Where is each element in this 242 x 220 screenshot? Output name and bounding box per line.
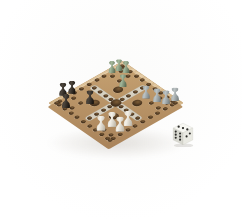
die bbox=[171, 121, 195, 147]
board-hole bbox=[86, 124, 93, 128]
board-hole bbox=[93, 78, 100, 82]
board-hole bbox=[133, 74, 140, 78]
board-hole bbox=[147, 115, 154, 119]
board-hole bbox=[139, 78, 146, 82]
product-photo-scene bbox=[0, 0, 242, 220]
big-hole bbox=[131, 99, 145, 108]
yard-hole bbox=[77, 101, 84, 105]
board-hole bbox=[80, 119, 87, 123]
board-hole bbox=[98, 132, 105, 136]
board-hole bbox=[107, 138, 114, 142]
board-hole bbox=[100, 74, 107, 78]
board-hole bbox=[132, 124, 139, 128]
board-hole bbox=[154, 111, 161, 115]
yard-hole bbox=[154, 105, 161, 109]
board-hole bbox=[74, 115, 81, 119]
yard-hole bbox=[69, 105, 76, 109]
board-hole bbox=[139, 119, 146, 123]
board-hole bbox=[78, 86, 85, 90]
yard-hole bbox=[70, 96, 77, 100]
board-hole bbox=[67, 111, 74, 115]
board-hole bbox=[162, 107, 169, 111]
board-hole bbox=[124, 128, 131, 132]
yard-hole bbox=[109, 74, 116, 78]
board-hole bbox=[117, 132, 124, 136]
